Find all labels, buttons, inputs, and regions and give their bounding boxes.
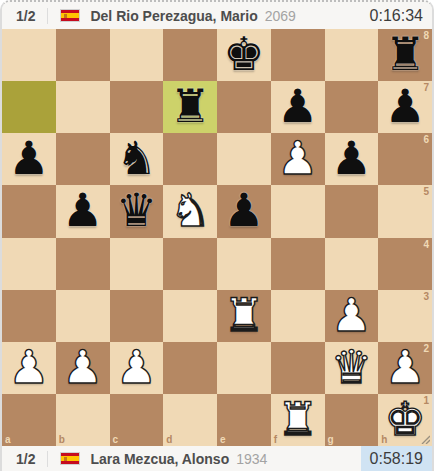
file-label-b: b	[59, 435, 65, 445]
square-f6[interactable]: ♟	[271, 133, 325, 185]
square-f8[interactable]	[271, 29, 325, 81]
square-b2[interactable]: ♟	[56, 342, 110, 394]
white-pawn[interactable]: ♟	[277, 135, 318, 181]
chess-game-widget: 1/2 Del Rio Perezagua, Mario 2069 0:16:3…	[0, 0, 434, 471]
square-c2[interactable]: ♟	[110, 342, 164, 394]
square-e8[interactable]: ♚	[217, 29, 271, 81]
square-b4[interactable]	[56, 238, 110, 290]
top-player-clock: 0:16:34	[361, 2, 432, 29]
square-f7[interactable]: ♟	[271, 81, 325, 133]
square-g7[interactable]	[325, 81, 379, 133]
square-g6[interactable]: ♟	[325, 133, 379, 185]
square-e4[interactable]	[217, 238, 271, 290]
bottom-player-bar: 1/2 Lara Mezcua, Alonso 1934 0:58:19	[2, 446, 432, 471]
square-a8[interactable]	[2, 29, 56, 81]
square-a4[interactable]	[2, 238, 56, 290]
black-rook[interactable]: ♜	[170, 83, 211, 129]
rank-label-6: 6	[423, 135, 429, 145]
file-label-e: e	[220, 435, 226, 445]
bottom-player-clock: 0:58:19	[361, 446, 432, 471]
square-c6[interactable]: ♞	[110, 133, 164, 185]
square-h3[interactable]: 3	[378, 290, 432, 342]
black-pawn[interactable]: ♟	[385, 83, 426, 129]
rank-label-4: 4	[423, 240, 429, 250]
square-h5[interactable]: 5	[378, 185, 432, 237]
square-c8[interactable]	[110, 29, 164, 81]
square-d2[interactable]	[163, 342, 217, 394]
spain-flag-icon	[60, 452, 80, 465]
bottom-player-name[interactable]: Lara Mezcua, Alonso	[90, 451, 229, 467]
black-knight[interactable]: ♞	[116, 135, 157, 181]
square-c3[interactable]	[110, 290, 164, 342]
square-g3[interactable]: ♟	[325, 290, 379, 342]
spain-flag-icon	[60, 9, 80, 22]
square-e1[interactable]: e	[217, 394, 271, 446]
separator	[47, 451, 48, 467]
square-h6[interactable]: 6	[378, 133, 432, 185]
black-queen[interactable]: ♛	[116, 187, 157, 233]
square-e6[interactable]	[217, 133, 271, 185]
white-pawn[interactable]: ♟	[116, 344, 157, 390]
square-f4[interactable]	[271, 238, 325, 290]
square-h7[interactable]: ♟7	[378, 81, 432, 133]
square-h8[interactable]: ♜8	[378, 29, 432, 81]
square-b5[interactable]: ♟	[56, 185, 110, 237]
square-g1[interactable]: g	[325, 394, 379, 446]
white-pawn[interactable]: ♟	[8, 344, 49, 390]
square-c5[interactable]: ♛	[110, 185, 164, 237]
square-f3[interactable]	[271, 290, 325, 342]
top-player-name[interactable]: Del Rio Perezagua, Mario	[90, 8, 257, 24]
square-a1[interactable]: a	[2, 394, 56, 446]
square-a2[interactable]: ♟	[2, 342, 56, 394]
file-label-c: c	[113, 435, 119, 445]
black-pawn[interactable]: ♟	[223, 187, 264, 233]
top-result: 1/2	[2, 8, 47, 24]
bottom-result: 1/2	[2, 451, 47, 467]
bottom-player-rating: 1934	[236, 451, 267, 467]
black-rook[interactable]: ♜	[385, 31, 426, 77]
square-b6[interactable]	[56, 133, 110, 185]
black-pawn[interactable]: ♟	[277, 83, 318, 129]
rank-label-3: 3	[423, 292, 429, 302]
square-g4[interactable]	[325, 238, 379, 290]
square-e5[interactable]: ♟	[217, 185, 271, 237]
resize-handle-icon[interactable]	[420, 434, 430, 444]
square-g8[interactable]	[325, 29, 379, 81]
square-d5[interactable]: ♞	[163, 185, 217, 237]
square-g2[interactable]: ♛	[325, 342, 379, 394]
square-e2[interactable]	[217, 342, 271, 394]
square-a6[interactable]: ♟	[2, 133, 56, 185]
white-rook[interactable]: ♜	[223, 292, 264, 338]
top-player-rating: 2069	[265, 8, 296, 24]
square-e3[interactable]: ♜	[217, 290, 271, 342]
square-f2[interactable]	[271, 342, 325, 394]
black-pawn[interactable]: ♟	[331, 135, 372, 181]
square-d3[interactable]	[163, 290, 217, 342]
top-player-bar: 1/2 Del Rio Perezagua, Mario 2069 0:16:3…	[2, 2, 432, 29]
black-king[interactable]: ♚	[223, 31, 264, 77]
white-pawn[interactable]: ♟	[385, 344, 426, 390]
square-d8[interactable]	[163, 29, 217, 81]
file-label-g: g	[328, 435, 334, 445]
file-label-a: a	[5, 435, 11, 445]
square-b7[interactable]	[56, 81, 110, 133]
square-d6[interactable]	[163, 133, 217, 185]
square-a7[interactable]	[2, 81, 56, 133]
square-c7[interactable]	[110, 81, 164, 133]
black-pawn[interactable]: ♟	[8, 135, 49, 181]
square-f5[interactable]	[271, 185, 325, 237]
square-d4[interactable]	[163, 238, 217, 290]
square-c1[interactable]: c	[110, 394, 164, 446]
white-rook[interactable]: ♜	[277, 396, 318, 442]
square-c4[interactable]	[110, 238, 164, 290]
square-e7[interactable]	[217, 81, 271, 133]
black-pawn[interactable]: ♟	[62, 187, 103, 233]
square-b1[interactable]: b	[56, 394, 110, 446]
rank-label-5: 5	[423, 187, 429, 197]
square-h4[interactable]: 4	[378, 238, 432, 290]
separator	[47, 8, 48, 24]
white-knight[interactable]: ♞	[170, 187, 211, 233]
square-a5[interactable]	[2, 185, 56, 237]
file-label-d: d	[166, 435, 172, 445]
square-f1[interactable]: ♜f	[271, 394, 325, 446]
square-d1[interactable]: d	[163, 394, 217, 446]
square-b8[interactable]	[56, 29, 110, 81]
square-h2[interactable]: ♟2	[378, 342, 432, 394]
white-pawn[interactable]: ♟	[62, 344, 103, 390]
square-d7[interactable]: ♜	[163, 81, 217, 133]
square-g5[interactable]	[325, 185, 379, 237]
white-queen[interactable]: ♛	[331, 344, 372, 390]
square-b3[interactable]	[56, 290, 110, 342]
chess-board[interactable]: ♚♜8♜♟♟7♟♞♟♟6♟♛♞♟54♜♟3♟♟♟♛♟2abcde♜fg♚1h	[2, 29, 432, 446]
white-pawn[interactable]: ♟	[331, 292, 372, 338]
square-a3[interactable]	[2, 290, 56, 342]
